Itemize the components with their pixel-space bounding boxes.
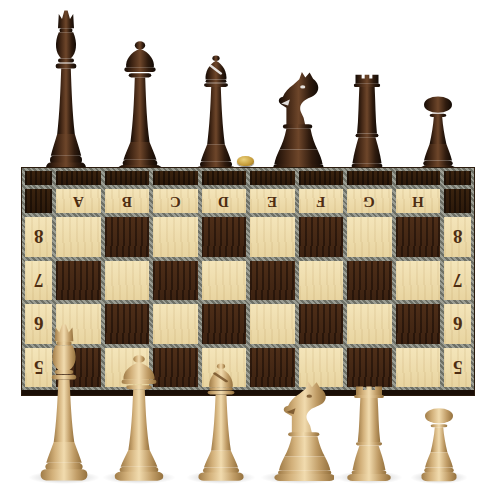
square-d6 <box>202 304 247 344</box>
board-top-edge-b <box>105 171 150 185</box>
light-knight-piece <box>268 376 334 482</box>
square-h6 <box>396 304 441 344</box>
brass-clasp-icon <box>237 156 254 166</box>
square-g8 <box>347 217 392 257</box>
file-label-cell-d: D <box>202 189 247 213</box>
square-d8 <box>202 217 247 257</box>
file-label-b: B <box>122 194 132 209</box>
rank-label-left-7: 7 <box>25 261 52 301</box>
square-h8 <box>396 217 441 257</box>
square-e8 <box>250 217 295 257</box>
dark-rook-piece <box>344 70 390 176</box>
square-a7 <box>56 261 101 301</box>
light-bishop-piece <box>194 362 248 482</box>
dark-knight-piece <box>264 66 326 176</box>
light-queen-piece <box>110 354 168 482</box>
board-top-edge-d <box>202 171 247 185</box>
dark-queen-piece <box>114 40 166 176</box>
file-label-cell-a: A <box>56 189 101 213</box>
square-h5 <box>396 348 441 388</box>
square-g6 <box>347 304 392 344</box>
light-rook-piece <box>343 382 395 482</box>
rank-label-7-right: 7 <box>453 271 463 290</box>
board-top-edge-g <box>347 171 392 185</box>
file-label-cell-g: G <box>347 189 392 213</box>
chess-set-product-photo: ABCDEFGH88776655 <box>0 0 500 500</box>
square-b8 <box>105 217 150 257</box>
letter-row-corner-left <box>25 189 52 213</box>
file-label-d: D <box>218 194 229 209</box>
file-label-cell-f: F <box>299 189 344 213</box>
square-b7 <box>105 261 150 301</box>
board-top-edge-h <box>396 171 441 185</box>
rank-label-right-7: 7 <box>444 261 471 301</box>
rank-label-right-5: 5 <box>444 348 471 388</box>
file-label-h: H <box>412 194 424 209</box>
rank-label-6-right: 6 <box>453 314 463 333</box>
file-label-cell-e: E <box>250 189 295 213</box>
dark-king-piece <box>42 8 90 176</box>
square-e6 <box>250 304 295 344</box>
board-top-edge-e <box>250 171 295 185</box>
square-c7 <box>153 261 198 301</box>
square-g7 <box>347 261 392 301</box>
file-label-c: C <box>170 194 181 209</box>
rank-label-right-6: 6 <box>444 304 471 344</box>
square-a8 <box>56 217 101 257</box>
square-c8 <box>153 217 198 257</box>
rank-label-8-left: 8 <box>34 227 44 246</box>
board-top-edge-corner-left <box>25 171 52 185</box>
square-e7 <box>250 261 295 301</box>
rank-label-right-8: 8 <box>444 217 471 257</box>
rank-label-7-left: 7 <box>34 271 44 290</box>
board-top-edge-c <box>153 171 198 185</box>
file-label-f: F <box>316 194 325 209</box>
letter-row-corner-right <box>444 189 471 213</box>
board-top-edge-f <box>299 171 344 185</box>
file-label-cell-b: B <box>105 189 150 213</box>
board-top-edge-a <box>56 171 101 185</box>
rank-label-8-right: 8 <box>453 227 463 246</box>
square-h7 <box>396 261 441 301</box>
file-label-cell-c: C <box>153 189 198 213</box>
square-c6 <box>153 304 198 344</box>
rank-label-left-8: 8 <box>25 217 52 257</box>
light-pawn-piece <box>418 406 460 482</box>
board-top-edge-corner-right <box>444 171 471 185</box>
file-label-cell-h: H <box>396 189 441 213</box>
file-label-a: A <box>73 194 84 209</box>
dark-pawn-piece <box>417 94 459 176</box>
square-b6 <box>105 304 150 344</box>
square-f7 <box>299 261 344 301</box>
file-label-e: E <box>267 194 277 209</box>
file-label-g: G <box>363 194 375 209</box>
light-king-piece <box>36 322 92 482</box>
square-f6 <box>299 304 344 344</box>
square-d7 <box>202 261 247 301</box>
dark-bishop-piece <box>192 54 240 176</box>
square-f8 <box>299 217 344 257</box>
rank-label-5-right: 5 <box>453 358 463 377</box>
